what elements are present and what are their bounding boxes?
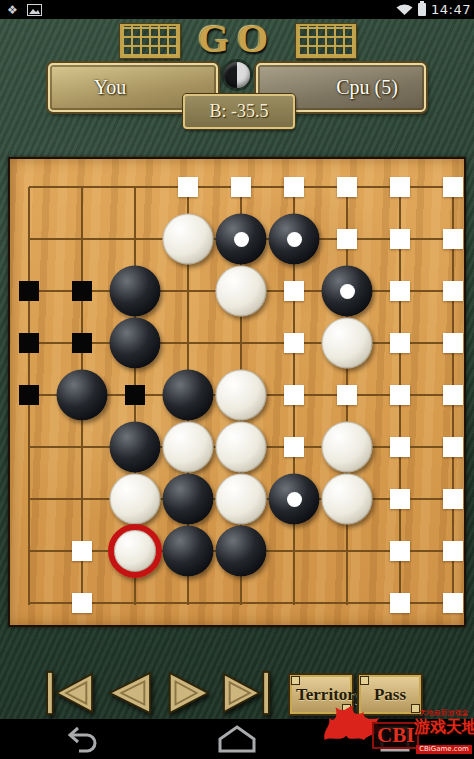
player-label-cpu: Cpu (5) bbox=[336, 76, 398, 99]
white-territory-marker bbox=[284, 281, 304, 301]
black-stone[interactable] bbox=[216, 526, 267, 577]
white-stone[interactable] bbox=[322, 474, 373, 525]
black-territory-marker bbox=[72, 281, 92, 301]
dropbox-icon: ❖ bbox=[7, 4, 18, 16]
black-stone[interactable] bbox=[110, 266, 161, 317]
android-home-button[interactable] bbox=[158, 723, 316, 755]
white-territory-marker bbox=[337, 177, 357, 197]
white-territory-marker bbox=[231, 177, 251, 197]
white-territory-marker bbox=[284, 177, 304, 197]
white-stone[interactable] bbox=[216, 474, 267, 525]
white-territory-marker bbox=[390, 593, 410, 613]
white-territory-marker bbox=[443, 385, 463, 405]
status-bar-left: ❖ bbox=[0, 4, 396, 16]
pass-button[interactable]: Pass bbox=[357, 673, 423, 716]
dead-mark-dot bbox=[340, 284, 355, 299]
white-territory-marker bbox=[390, 541, 410, 561]
black-territory-marker bbox=[19, 333, 39, 353]
white-territory-marker bbox=[390, 177, 410, 197]
white-territory-marker bbox=[284, 333, 304, 353]
white-stone[interactable] bbox=[163, 214, 214, 265]
white-territory-marker bbox=[390, 229, 410, 249]
go-board[interactable] bbox=[8, 157, 466, 627]
step-back-icon bbox=[102, 670, 156, 716]
black-territory-marker bbox=[19, 281, 39, 301]
turn-indicator-ball bbox=[224, 62, 250, 88]
white-territory-marker bbox=[390, 437, 410, 457]
white-territory-marker bbox=[337, 229, 357, 249]
black-territory-marker bbox=[19, 385, 39, 405]
white-territory-marker bbox=[284, 437, 304, 457]
black-stone[interactable] bbox=[163, 474, 214, 525]
white-territory-marker bbox=[72, 541, 92, 561]
white-territory-marker bbox=[284, 385, 304, 405]
last-move-white-stone[interactable] bbox=[108, 524, 162, 578]
step-forward-icon bbox=[160, 670, 214, 716]
territory-button[interactable]: Territory bbox=[288, 673, 354, 716]
controls-bar: Territory Pass bbox=[0, 627, 474, 719]
skip-to-start-icon bbox=[44, 670, 98, 716]
dead-mark-dot bbox=[234, 232, 249, 247]
black-stone[interactable] bbox=[110, 422, 161, 473]
white-territory-marker bbox=[390, 489, 410, 509]
dead-black-stone[interactable] bbox=[269, 474, 320, 525]
white-territory-marker bbox=[390, 385, 410, 405]
player-label-you: You bbox=[94, 76, 126, 99]
white-territory-marker bbox=[443, 541, 463, 561]
step-back-button[interactable] bbox=[102, 670, 156, 716]
black-territory-marker bbox=[72, 333, 92, 353]
white-territory-marker bbox=[443, 281, 463, 301]
white-stone[interactable] bbox=[163, 422, 214, 473]
android-back-button[interactable] bbox=[0, 723, 158, 755]
white-stone[interactable] bbox=[110, 474, 161, 525]
dead-black-stone[interactable] bbox=[322, 266, 373, 317]
back-icon bbox=[57, 724, 101, 754]
move-nav-group bbox=[44, 670, 272, 716]
dead-mark-dot bbox=[287, 232, 302, 247]
android-recents-button[interactable] bbox=[316, 723, 474, 755]
android-nav-bar bbox=[0, 719, 474, 759]
white-territory-marker bbox=[390, 333, 410, 353]
white-stone[interactable] bbox=[322, 422, 373, 473]
white-stone[interactable] bbox=[322, 318, 373, 369]
black-stone[interactable] bbox=[163, 526, 214, 577]
white-territory-marker bbox=[443, 437, 463, 457]
white-territory-marker bbox=[443, 489, 463, 509]
app-title: GO bbox=[0, 15, 474, 62]
black-territory-marker bbox=[125, 385, 145, 405]
black-stone[interactable] bbox=[110, 318, 161, 369]
white-territory-marker bbox=[337, 385, 357, 405]
black-stone[interactable] bbox=[57, 370, 108, 421]
header: GO You Cpu (5) B: -35.5 bbox=[0, 19, 474, 157]
white-territory-marker bbox=[390, 281, 410, 301]
score-plaque: B: -35.5 bbox=[183, 94, 295, 129]
black-stone[interactable] bbox=[163, 370, 214, 421]
screenshot-icon bbox=[27, 4, 42, 16]
white-territory-marker bbox=[72, 593, 92, 613]
score-value: B: -35.5 bbox=[209, 101, 268, 122]
white-territory-marker bbox=[178, 177, 198, 197]
step-forward-button[interactable] bbox=[160, 670, 214, 716]
dead-black-stone[interactable] bbox=[216, 214, 267, 265]
skip-to-end-icon bbox=[218, 670, 272, 716]
recents-icon bbox=[377, 724, 413, 754]
app-screen: ❖ 14:47 GO You Cpu (5) B: -35.5 bbox=[0, 0, 474, 759]
skip-to-end-button[interactable] bbox=[218, 670, 272, 716]
white-stone[interactable] bbox=[216, 422, 267, 473]
dead-mark-dot bbox=[287, 492, 302, 507]
white-stone[interactable] bbox=[216, 266, 267, 317]
white-territory-marker bbox=[443, 333, 463, 353]
white-territory-marker bbox=[443, 229, 463, 249]
white-stone[interactable] bbox=[216, 370, 267, 421]
skip-to-start-button[interactable] bbox=[44, 670, 98, 716]
white-territory-marker bbox=[443, 593, 463, 613]
dead-black-stone[interactable] bbox=[269, 214, 320, 265]
home-icon bbox=[217, 724, 257, 754]
white-territory-marker bbox=[443, 177, 463, 197]
